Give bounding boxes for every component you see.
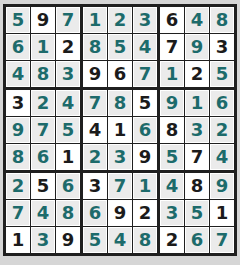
cell-r1c3[interactable]: 7 xyxy=(56,7,80,33)
cell-r6c2[interactable]: 6 xyxy=(31,144,55,170)
cell-r5c6[interactable]: 6 xyxy=(133,117,157,143)
sudoku-box-4: 324975861 xyxy=(6,90,80,170)
sudoku-box-5: 785416239 xyxy=(83,90,157,170)
sudoku-box-9: 489351267 xyxy=(160,173,234,253)
cell-r2c1[interactable]: 6 xyxy=(6,34,30,60)
cell-r7c8[interactable]: 8 xyxy=(185,173,209,199)
cell-r8c2[interactable]: 4 xyxy=(31,200,55,226)
cell-r1c5[interactable]: 2 xyxy=(108,7,132,33)
cell-r6c5[interactable]: 3 xyxy=(108,144,132,170)
sudoku-box-2: 123854967 xyxy=(83,7,157,87)
cell-r9c1[interactable]: 1 xyxy=(6,227,30,253)
cell-r7c2[interactable]: 5 xyxy=(31,173,55,199)
cell-r6c1[interactable]: 8 xyxy=(6,144,30,170)
cell-r2c2[interactable]: 1 xyxy=(31,34,55,60)
cell-r1c7[interactable]: 6 xyxy=(160,7,184,33)
cell-r2c4[interactable]: 8 xyxy=(83,34,107,60)
cell-r5c3[interactable]: 5 xyxy=(56,117,80,143)
cell-r2c8[interactable]: 9 xyxy=(185,34,209,60)
cell-r9c6[interactable]: 8 xyxy=(133,227,157,253)
cell-r6c4[interactable]: 2 xyxy=(83,144,107,170)
cell-r4c2[interactable]: 2 xyxy=(31,90,55,116)
cell-r3c1[interactable]: 4 xyxy=(6,61,30,87)
cell-r2c6[interactable]: 4 xyxy=(133,34,157,60)
cell-r5c8[interactable]: 3 xyxy=(185,117,209,143)
cell-r1c9[interactable]: 8 xyxy=(210,7,234,33)
cell-r9c4[interactable]: 5 xyxy=(83,227,107,253)
cell-r5c1[interactable]: 9 xyxy=(6,117,30,143)
cell-r4c3[interactable]: 4 xyxy=(56,90,80,116)
cell-r8c7[interactable]: 3 xyxy=(160,200,184,226)
cell-r7c3[interactable]: 6 xyxy=(56,173,80,199)
cell-r4c8[interactable]: 1 xyxy=(185,90,209,116)
cell-r9c5[interactable]: 4 xyxy=(108,227,132,253)
cell-r3c6[interactable]: 7 xyxy=(133,61,157,87)
cell-r7c6[interactable]: 1 xyxy=(133,173,157,199)
cell-r2c3[interactable]: 2 xyxy=(56,34,80,60)
cell-r3c8[interactable]: 2 xyxy=(185,61,209,87)
cell-r2c5[interactable]: 5 xyxy=(108,34,132,60)
cell-r6c3[interactable]: 1 xyxy=(56,144,80,170)
cell-r7c4[interactable]: 3 xyxy=(83,173,107,199)
cell-r2c9[interactable]: 3 xyxy=(210,34,234,60)
cell-r5c9[interactable]: 2 xyxy=(210,117,234,143)
cell-r3c4[interactable]: 9 xyxy=(83,61,107,87)
cell-r4c9[interactable]: 6 xyxy=(210,90,234,116)
cell-r2c7[interactable]: 7 xyxy=(160,34,184,60)
cell-r5c7[interactable]: 8 xyxy=(160,117,184,143)
cell-r3c7[interactable]: 1 xyxy=(160,61,184,87)
cell-r9c3[interactable]: 9 xyxy=(56,227,80,253)
cell-r8c9[interactable]: 1 xyxy=(210,200,234,226)
cell-r6c6[interactable]: 9 xyxy=(133,144,157,170)
sudoku-box-1: 597612483 xyxy=(6,7,80,87)
cell-r3c2[interactable]: 8 xyxy=(31,61,55,87)
cell-r1c8[interactable]: 4 xyxy=(185,7,209,33)
cell-r4c7[interactable]: 9 xyxy=(160,90,184,116)
sudoku-box-8: 371692548 xyxy=(83,173,157,253)
cell-r6c8[interactable]: 7 xyxy=(185,144,209,170)
cell-r7c5[interactable]: 7 xyxy=(108,173,132,199)
cell-r9c8[interactable]: 6 xyxy=(185,227,209,253)
cell-r9c7[interactable]: 2 xyxy=(160,227,184,253)
cell-r3c5[interactable]: 6 xyxy=(108,61,132,87)
cell-r1c6[interactable]: 3 xyxy=(133,7,157,33)
cell-r8c1[interactable]: 7 xyxy=(6,200,30,226)
cell-r7c9[interactable]: 9 xyxy=(210,173,234,199)
cell-r4c5[interactable]: 8 xyxy=(108,90,132,116)
cell-r3c9[interactable]: 5 xyxy=(210,61,234,87)
cell-r4c1[interactable]: 3 xyxy=(6,90,30,116)
cell-r1c2[interactable]: 9 xyxy=(31,7,55,33)
cell-r8c5[interactable]: 9 xyxy=(108,200,132,226)
cell-r5c2[interactable]: 7 xyxy=(31,117,55,143)
sudoku-board: 5976124831238549676487931253249758617854… xyxy=(3,4,237,256)
cell-r5c5[interactable]: 1 xyxy=(108,117,132,143)
cell-r7c7[interactable]: 4 xyxy=(160,173,184,199)
cell-r1c1[interactable]: 5 xyxy=(6,7,30,33)
sudoku-box-3: 648793125 xyxy=(160,7,234,87)
cell-r9c2[interactable]: 3 xyxy=(31,227,55,253)
cell-r1c4[interactable]: 1 xyxy=(83,7,107,33)
sudoku-box-6: 916832574 xyxy=(160,90,234,170)
cell-r8c3[interactable]: 8 xyxy=(56,200,80,226)
cell-r8c6[interactable]: 2 xyxy=(133,200,157,226)
cell-r8c4[interactable]: 6 xyxy=(83,200,107,226)
cell-r6c7[interactable]: 5 xyxy=(160,144,184,170)
sudoku-box-7: 256748139 xyxy=(6,173,80,253)
cell-r9c9[interactable]: 7 xyxy=(210,227,234,253)
cell-r4c4[interactable]: 7 xyxy=(83,90,107,116)
cell-r7c1[interactable]: 2 xyxy=(6,173,30,199)
cell-r3c3[interactable]: 3 xyxy=(56,61,80,87)
cell-r6c9[interactable]: 4 xyxy=(210,144,234,170)
cell-r5c4[interactable]: 4 xyxy=(83,117,107,143)
cell-r8c8[interactable]: 5 xyxy=(185,200,209,226)
cell-r4c6[interactable]: 5 xyxy=(133,90,157,116)
